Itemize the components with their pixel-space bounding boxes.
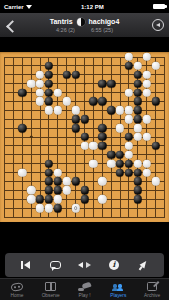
stone-white [54, 106, 62, 114]
carrier-label: Carrier [4, 4, 24, 10]
black-white-stone-icon [77, 18, 85, 26]
stone-black [54, 186, 62, 194]
stone-black [45, 71, 53, 79]
status-bar: Carrier 1:12 PM [0, 0, 169, 13]
stone-white [143, 159, 151, 167]
stone-black [134, 71, 142, 79]
chevron-left-icon [6, 20, 19, 33]
stone-white [134, 62, 142, 70]
stone-black [45, 62, 53, 70]
step-buttons[interactable] [75, 256, 93, 274]
stone-black [125, 168, 133, 176]
stone-white [36, 79, 44, 87]
stone-black [18, 124, 26, 132]
stone-black [107, 79, 115, 87]
status-time: 1:12 PM [81, 4, 104, 10]
stone-black [45, 177, 53, 185]
stone-black [71, 115, 79, 123]
stone-white [36, 71, 44, 79]
stone-black [36, 195, 44, 203]
last-move-marker [74, 206, 77, 209]
stone-black [151, 142, 159, 150]
stone-white [27, 79, 35, 87]
stone-black [45, 186, 53, 194]
stone-white [143, 115, 151, 123]
stone-white [98, 177, 106, 185]
chat-bubble-icon [50, 261, 61, 269]
stone-white [143, 88, 151, 96]
stone-black [54, 204, 62, 212]
stone-black [134, 88, 142, 96]
stone-white [18, 168, 26, 176]
go-board[interactable] [0, 52, 169, 222]
stone-black [134, 177, 142, 185]
stone-white [116, 106, 124, 114]
stone-black [80, 115, 88, 123]
stone-black [63, 71, 71, 79]
stone-white [89, 159, 97, 167]
stone-white [63, 186, 71, 194]
stone-white [36, 97, 44, 105]
black-player-name: Tantris [50, 18, 73, 25]
stone-white [63, 97, 71, 105]
stone-white [54, 168, 62, 176]
stone-white [80, 142, 88, 150]
pointer-button[interactable] [134, 256, 152, 274]
stone-black [125, 159, 133, 167]
grid-line [4, 154, 165, 155]
stone-black [45, 79, 53, 87]
tab-archive-label: Archive [144, 293, 160, 298]
black-player-clock: 4:26 (2) [56, 27, 75, 33]
stone-white [36, 88, 44, 96]
stone-white [89, 142, 97, 150]
info-button[interactable] [105, 256, 123, 274]
stone-black [116, 159, 124, 167]
stone-white [143, 133, 151, 141]
tab-home[interactable]: Home [0, 279, 34, 300]
stone-black [98, 97, 106, 105]
stone-black [98, 142, 106, 150]
white-player-clock: 6:55 (25) [91, 27, 113, 33]
stone-black [45, 97, 53, 105]
tab-bar: Home Observe Play ! Players Archive [0, 278, 169, 300]
stone-white [71, 106, 79, 114]
stone-black [151, 97, 159, 105]
chat-button[interactable] [46, 256, 64, 274]
stone-black [134, 168, 142, 176]
tab-players-label: Players [110, 293, 126, 298]
audio-button[interactable] [152, 19, 164, 31]
play-icon [78, 282, 90, 291]
tab-home-label: Home [11, 293, 24, 298]
home-icon [10, 282, 23, 292]
stone-black [134, 195, 142, 203]
stone-white [116, 124, 124, 132]
stone-black [125, 62, 133, 70]
stone-black [45, 168, 53, 176]
skip-to-start-icon [21, 261, 30, 269]
stone-white [143, 53, 151, 61]
stone-white [36, 204, 44, 212]
grid-line [155, 57, 156, 218]
stone-white [125, 53, 133, 61]
stone-black [80, 186, 88, 194]
grid-line [120, 57, 121, 218]
stone-white [134, 159, 142, 167]
back-button[interactable] [6, 20, 18, 32]
stone-white [134, 133, 142, 141]
battery-icon [153, 4, 165, 9]
game-header: Tantris hachigo4 4:26 (2) 6:55 (25) [14, 18, 155, 33]
observe-icon [45, 282, 56, 291]
tab-observe-label: Observe [42, 293, 60, 298]
pointer-arrow-icon [138, 259, 149, 271]
stone-black [98, 133, 106, 141]
grid-line [4, 217, 165, 218]
stone-black [18, 88, 26, 96]
stone-white [63, 177, 71, 185]
screen: Carrier 1:12 PM Tantris hachigo4 4:26 (2… [0, 0, 169, 300]
info-icon [109, 260, 119, 270]
audio-circle-icon [156, 23, 160, 27]
stone-white [125, 115, 133, 123]
stone-black [116, 151, 124, 159]
stone-white [45, 106, 53, 114]
stone-white [45, 204, 53, 212]
stone-white [125, 106, 133, 114]
tab-archive[interactable]: Archive [135, 279, 169, 300]
stone-white [107, 159, 115, 167]
stone-black [134, 97, 142, 105]
stone-white [143, 71, 151, 79]
tab-players[interactable]: Players [101, 279, 135, 300]
stone-white [71, 204, 79, 212]
stone-white [27, 195, 35, 203]
stone-black [98, 124, 106, 132]
stone-white [143, 168, 151, 176]
stone-white [27, 186, 35, 194]
stone-white [98, 195, 106, 203]
stone-black [107, 106, 115, 114]
skip-to-start-button[interactable] [17, 256, 35, 274]
wifi-icon [26, 5, 32, 9]
tab-play-label: Play ! [78, 293, 90, 298]
stone-white [125, 88, 133, 96]
players-icon [112, 282, 125, 292]
grid-line [4, 208, 165, 209]
nav-bar: Tantris hachigo4 4:26 (2) 6:55 (25) [0, 13, 169, 38]
stone-white [54, 195, 62, 203]
stone-black [125, 133, 133, 141]
stone-black [80, 195, 88, 203]
stone-black [45, 159, 53, 167]
stone-white [134, 124, 142, 132]
stone-white [125, 151, 133, 159]
toolbar [5, 253, 164, 277]
stone-black [71, 177, 79, 185]
stone-black [45, 88, 53, 96]
stone-black [80, 133, 88, 141]
stone-white [125, 142, 133, 150]
stone-white [143, 79, 151, 87]
stone-black [54, 177, 62, 185]
stone-black [71, 71, 79, 79]
tab-observe[interactable]: Observe [34, 279, 68, 300]
stone-white [151, 177, 159, 185]
step-back-forward-icon [78, 262, 91, 268]
stone-black [134, 115, 142, 123]
stone-black [134, 106, 142, 114]
stone-black [71, 124, 79, 132]
archive-icon [147, 282, 157, 292]
stone-black [134, 186, 142, 194]
stone-black [98, 79, 106, 87]
stone-black [45, 195, 53, 203]
tab-play[interactable]: Play ! [68, 279, 102, 300]
stone-black [89, 97, 97, 105]
stone-black [134, 79, 142, 87]
white-player-name: hachigo4 [89, 18, 120, 25]
grid-line [164, 57, 165, 218]
stone-black [116, 168, 124, 176]
stone-white [54, 88, 62, 96]
grid-line [93, 57, 94, 218]
stone-black [107, 151, 115, 159]
stone-white [151, 62, 159, 70]
